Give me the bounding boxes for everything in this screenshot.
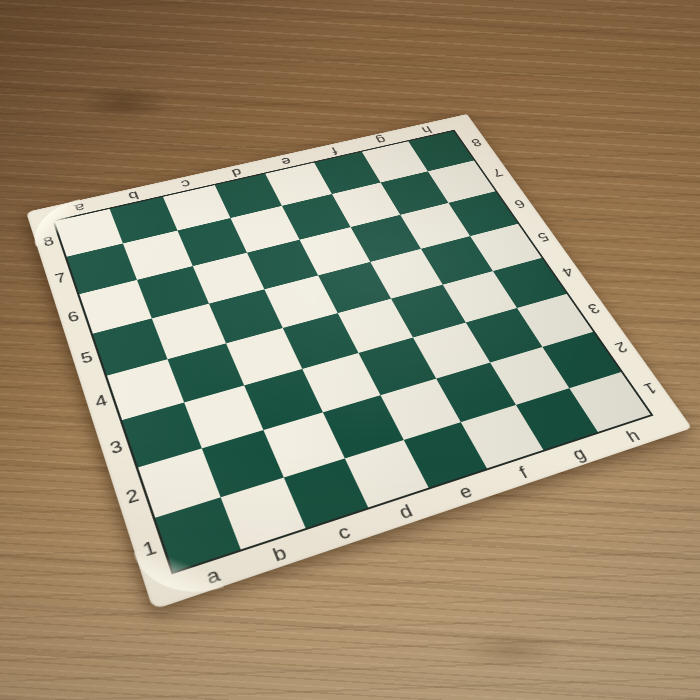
chessboard-mat: abcdefgh abcdefgh 87654321 87654321 [26,114,692,610]
board-shadow: abcdefgh abcdefgh 87654321 87654321 [0,0,700,700]
photo-scene: abcdefgh abcdefgh 87654321 87654321 [0,0,700,700]
